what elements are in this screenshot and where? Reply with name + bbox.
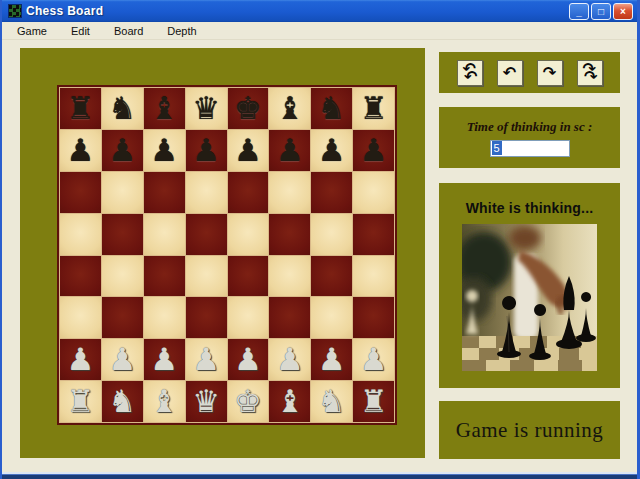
white-rook: ♜ (360, 386, 388, 417)
white-pawn: ♟ (276, 344, 304, 375)
white-king: ♚ (234, 386, 262, 417)
square-b6[interactable] (102, 172, 143, 213)
black-pawn: ♟ (150, 135, 178, 166)
square-f7[interactable]: ♟ (269, 130, 310, 171)
undo-icon: ↶ (503, 65, 516, 81)
square-e8[interactable]: ♚ (228, 88, 269, 129)
square-c8[interactable]: ♝ (144, 88, 185, 129)
black-pawn: ♟ (192, 135, 220, 166)
square-f8[interactable]: ♝ (269, 88, 310, 129)
square-a7[interactable]: ♟ (60, 130, 101, 171)
black-pawn: ♟ (234, 135, 262, 166)
thinking-photo (462, 224, 597, 371)
square-a4[interactable] (60, 256, 101, 297)
black-pawn: ♟ (67, 135, 95, 166)
square-d7[interactable]: ♟ (186, 130, 227, 171)
square-a8[interactable]: ♜ (60, 88, 101, 129)
client-area: ♜♞♝♛♚♝♞♜♟♟♟♟♟♟♟♟♟♟♟♟♟♟♟♟♜♞♝♛♚♝♞♜ ↶↶↶↷↷↷ … (2, 40, 637, 472)
white-pawn: ♟ (150, 344, 178, 375)
redo-all-icon: ↷ (584, 69, 597, 85)
square-c6[interactable] (144, 172, 185, 213)
white-knight: ♞ (108, 386, 136, 417)
square-f4[interactable] (269, 256, 310, 297)
white-queen: ♛ (192, 386, 220, 417)
menu-depth[interactable]: Depth (159, 24, 204, 38)
white-pawn: ♟ (192, 344, 220, 375)
square-h5[interactable] (353, 214, 394, 255)
black-rook: ♜ (360, 93, 388, 124)
square-e2[interactable]: ♟ (228, 339, 269, 380)
black-pawn: ♟ (276, 135, 304, 166)
game-status-panel: Game is running (439, 401, 620, 459)
square-f3[interactable] (269, 297, 310, 338)
square-c4[interactable] (144, 256, 185, 297)
menu-board[interactable]: Board (106, 24, 151, 38)
square-h4[interactable] (353, 256, 394, 297)
square-f6[interactable] (269, 172, 310, 213)
menu-game[interactable]: Game (9, 24, 55, 38)
square-g8[interactable]: ♞ (311, 88, 352, 129)
square-b4[interactable] (102, 256, 143, 297)
square-c3[interactable] (144, 297, 185, 338)
square-h1[interactable]: ♜ (353, 381, 394, 422)
white-pawn: ♟ (360, 344, 388, 375)
square-e7[interactable]: ♟ (228, 130, 269, 171)
white-bishop: ♝ (276, 386, 304, 417)
square-g5[interactable] (311, 214, 352, 255)
title-bar: Chess Board _ □ × (2, 0, 637, 22)
menu-edit[interactable]: Edit (63, 24, 98, 38)
square-a3[interactable] (60, 297, 101, 338)
app-window: Chess Board _ □ × Game Edit Board Depth … (0, 0, 640, 479)
square-d1[interactable]: ♛ (186, 381, 227, 422)
square-g2[interactable]: ♟ (311, 339, 352, 380)
square-d5[interactable] (186, 214, 227, 255)
square-d3[interactable] (186, 297, 227, 338)
black-bishop: ♝ (276, 93, 304, 124)
white-pawn: ♟ (234, 344, 262, 375)
black-knight: ♞ (108, 93, 136, 124)
square-f1[interactable]: ♝ (269, 381, 310, 422)
square-b2[interactable]: ♟ (102, 339, 143, 380)
white-pawn: ♟ (108, 344, 136, 375)
window-title: Chess Board (26, 4, 569, 18)
game-status-text: Game is running (456, 418, 603, 443)
square-g4[interactable] (311, 256, 352, 297)
undo-all-icon: ↶ (464, 69, 477, 85)
black-king: ♚ (234, 93, 262, 124)
white-pawn: ♟ (67, 344, 95, 375)
square-g3[interactable] (311, 297, 352, 338)
square-d2[interactable]: ♟ (186, 339, 227, 380)
takeback-button[interactable]: ↶ (497, 60, 523, 86)
redo-icon: ↷ (543, 65, 556, 81)
square-e3[interactable] (228, 297, 269, 338)
white-knight: ♞ (318, 386, 346, 417)
square-b7[interactable]: ♟ (102, 130, 143, 171)
square-c1[interactable]: ♝ (144, 381, 185, 422)
minimize-button[interactable]: _ (569, 3, 589, 20)
square-h6[interactable] (353, 172, 394, 213)
square-c2[interactable]: ♟ (144, 339, 185, 380)
square-g6[interactable] (311, 172, 352, 213)
menu-bar: Game Edit Board Depth (2, 22, 637, 40)
square-b1[interactable]: ♞ (102, 381, 143, 422)
black-bishop: ♝ (150, 93, 178, 124)
maximize-button[interactable]: □ (591, 3, 611, 20)
black-rook: ♜ (67, 93, 95, 124)
black-pawn: ♟ (360, 135, 388, 166)
square-c7[interactable]: ♟ (144, 130, 185, 171)
square-g7[interactable]: ♟ (311, 130, 352, 171)
thinking-panel: White is thinking... (439, 183, 620, 388)
move-history-toolbar: ↶↶↶↷↷↷ (439, 52, 620, 93)
square-g1[interactable]: ♞ (311, 381, 352, 422)
square-e4[interactable] (228, 256, 269, 297)
square-b3[interactable] (102, 297, 143, 338)
square-f2[interactable]: ♟ (269, 339, 310, 380)
black-pawn: ♟ (318, 135, 346, 166)
square-e1[interactable]: ♚ (228, 381, 269, 422)
board-panel: ♜♞♝♛♚♝♞♜♟♟♟♟♟♟♟♟♟♟♟♟♟♟♟♟♜♞♝♛♚♝♞♜ (20, 48, 425, 458)
square-f5[interactable] (269, 214, 310, 255)
chess-board: ♜♞♝♛♚♝♞♜♟♟♟♟♟♟♟♟♟♟♟♟♟♟♟♟♜♞♝♛♚♝♞♜ (57, 85, 397, 425)
square-d4[interactable] (186, 256, 227, 297)
square-a2[interactable]: ♟ (60, 339, 101, 380)
white-rook: ♜ (67, 386, 95, 417)
time-input[interactable]: 5 (490, 140, 570, 157)
square-h8[interactable]: ♜ (353, 88, 394, 129)
time-panel: Time of thinking in sc : 5 (439, 107, 620, 168)
square-a5[interactable] (60, 214, 101, 255)
square-d8[interactable]: ♛ (186, 88, 227, 129)
square-b8[interactable]: ♞ (102, 88, 143, 129)
time-of-thinking-label: Time of thinking in sc : (467, 119, 593, 135)
square-a1[interactable]: ♜ (60, 381, 101, 422)
forward-all-button[interactable]: ↷↷ (577, 60, 603, 86)
white-bishop: ♝ (150, 386, 178, 417)
square-b5[interactable] (102, 214, 143, 255)
takeback-all-button[interactable]: ↶↶ (457, 60, 483, 86)
chessboard-app-icon (8, 4, 22, 18)
thinking-status-text: White is thinking... (466, 200, 594, 216)
black-queen: ♛ (192, 93, 220, 124)
square-c5[interactable] (144, 214, 185, 255)
square-e5[interactable] (228, 214, 269, 255)
square-d6[interactable] (186, 172, 227, 213)
square-h2[interactable]: ♟ (353, 339, 394, 380)
black-pawn: ♟ (108, 135, 136, 166)
white-pawn: ♟ (318, 344, 346, 375)
square-h7[interactable]: ♟ (353, 130, 394, 171)
time-input-selected-value: 5 (492, 141, 502, 155)
square-a6[interactable] (60, 172, 101, 213)
window-bottom-border (2, 472, 637, 479)
square-e6[interactable] (228, 172, 269, 213)
square-h3[interactable] (353, 297, 394, 338)
black-knight: ♞ (318, 93, 346, 124)
forward-button[interactable]: ↷ (537, 60, 563, 86)
close-button[interactable]: × (613, 3, 633, 20)
